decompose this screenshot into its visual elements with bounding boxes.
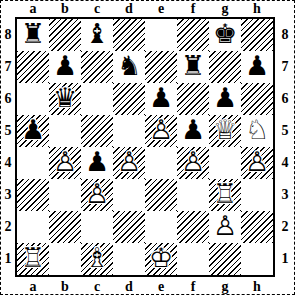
file-label-bottom-c: c [81,279,113,295]
file-label-top-e: e [145,1,177,17]
square-g6[interactable]: ♟ [209,83,241,115]
rank-label-left-6: 6 [1,83,15,115]
file-label-top-d: d [113,1,145,17]
file-label-bottom-b: b [49,279,81,295]
square-f4[interactable]: ♟♙ [177,147,209,179]
square-a1[interactable]: ♜♖ [17,243,49,275]
piece-black-pawn[interactable]: ♟ [145,83,177,115]
file-label-top-b: b [49,1,81,17]
file-label-top-g: g [209,1,241,17]
white-piece-outline: ♗ [81,243,113,275]
piece-white-knight[interactable]: ♞♘ [241,115,273,147]
square-b6[interactable]: ♛ [49,83,81,115]
square-f7[interactable]: ♜ [177,51,209,83]
square-h6[interactable] [241,83,273,115]
file-label-bottom-g: g [209,279,241,295]
square-b4[interactable]: ♟♙ [49,147,81,179]
piece-black-king[interactable]: ♚ [209,19,241,51]
file-label-top-c: c [81,1,113,17]
rank-label-right-2: 2 [278,211,292,243]
piece-white-rook[interactable]: ♜♖ [17,243,49,275]
file-label-top-f: f [177,1,209,17]
square-f2[interactable] [177,211,209,243]
black-piece-glyph: ♚ [209,19,241,51]
file-label-bottom-f: f [177,279,209,295]
square-d2[interactable] [113,211,145,243]
square-b3[interactable] [49,179,81,211]
square-g3[interactable]: ♜♖ [209,179,241,211]
square-b2[interactable] [49,211,81,243]
square-e8[interactable] [145,19,177,51]
black-piece-glyph: ♟ [177,115,209,147]
black-piece-glyph: ♟ [145,83,177,115]
piece-white-pawn[interactable]: ♟♙ [177,147,209,179]
rank-label-right-6: 6 [278,83,292,115]
square-b5[interactable] [49,115,81,147]
piece-black-bishop[interactable]: ♝ [81,19,113,51]
piece-white-pawn[interactable]: ♟♙ [113,147,145,179]
square-c6[interactable] [81,83,113,115]
piece-black-pawn[interactable]: ♟ [209,83,241,115]
piece-white-pawn[interactable]: ♟♙ [81,179,113,211]
black-piece-glyph: ♜ [177,51,209,83]
square-c7[interactable] [81,51,113,83]
black-piece-glyph: ♟ [17,115,49,147]
white-piece-outline: ♖ [209,179,241,211]
square-h3[interactable] [241,179,273,211]
square-d7[interactable]: ♞ [113,51,145,83]
white-piece-outline: ♙ [81,179,113,211]
black-piece-glyph: ♝ [81,19,113,51]
square-e5[interactable]: ♟♙ [145,115,177,147]
square-f5[interactable]: ♟ [177,115,209,147]
piece-white-queen[interactable]: ♛♕ [209,115,241,147]
square-h5[interactable]: ♞♘ [241,115,273,147]
square-c3[interactable]: ♟♙ [81,179,113,211]
file-label-bottom-d: d [113,279,145,295]
square-d5[interactable] [113,115,145,147]
white-piece-outline: ♖ [17,243,49,275]
rank-label-left-4: 4 [1,147,15,179]
piece-black-queen[interactable]: ♛ [49,83,81,115]
square-g1[interactable] [209,243,241,275]
square-h7[interactable]: ♟ [241,51,273,83]
piece-white-king[interactable]: ♚♔ [145,243,177,275]
piece-white-pawn[interactable]: ♟♙ [209,211,241,243]
black-piece-glyph: ♛ [49,83,81,115]
black-piece-glyph: ♟ [49,51,81,83]
square-b1[interactable] [49,243,81,275]
square-g7[interactable] [209,51,241,83]
chess-diagram: ♜♝♚♟♞♜♟♛♟♟♟♟♙♟♛♕♞♘♟♙♟♟♙♟♙♟♙♟♙♜♖♟♙♜♖♝♗♚♔ … [0,0,295,295]
square-a2[interactable] [17,211,49,243]
rank-label-right-7: 7 [278,51,292,83]
square-d4[interactable]: ♟♙ [113,147,145,179]
square-a4[interactable] [17,147,49,179]
square-a8[interactable]: ♜ [17,19,49,51]
square-a7[interactable] [17,51,49,83]
file-label-bottom-a: a [17,279,49,295]
square-h1[interactable] [241,243,273,275]
square-c2[interactable] [81,211,113,243]
square-a6[interactable] [17,83,49,115]
black-piece-glyph: ♟ [241,51,273,83]
square-f6[interactable] [177,83,209,115]
rank-label-left-5: 5 [1,115,15,147]
square-b7[interactable]: ♟ [49,51,81,83]
rank-label-left-7: 7 [1,51,15,83]
square-a3[interactable] [17,179,49,211]
piece-black-pawn[interactable]: ♟ [241,51,273,83]
rank-label-left-1: 1 [1,243,15,275]
square-f3[interactable] [177,179,209,211]
black-piece-glyph: ♟ [81,147,113,179]
white-piece-outline: ♙ [113,147,145,179]
white-piece-outline: ♙ [177,147,209,179]
square-e1[interactable]: ♚♔ [145,243,177,275]
white-piece-outline: ♙ [49,147,81,179]
piece-black-pawn[interactable]: ♟ [177,115,209,147]
square-e6[interactable]: ♟ [145,83,177,115]
file-label-top-h: h [241,1,273,17]
white-piece-outline: ♕ [209,115,241,147]
rank-label-left-3: 3 [1,179,15,211]
file-label-bottom-h: h [241,279,273,295]
white-piece-outline: ♔ [145,243,177,275]
white-piece-outline: ♘ [241,115,273,147]
piece-black-pawn[interactable]: ♟ [49,51,81,83]
piece-white-pawn[interactable]: ♟♙ [145,115,177,147]
piece-white-pawn[interactable]: ♟♙ [241,147,273,179]
piece-white-rook[interactable]: ♜♖ [209,179,241,211]
square-g2[interactable]: ♟♙ [209,211,241,243]
square-c1[interactable]: ♝♗ [81,243,113,275]
square-d8[interactable] [113,19,145,51]
white-piece-outline: ♙ [241,147,273,179]
rank-label-right-3: 3 [278,179,292,211]
white-piece-outline: ♙ [209,211,241,243]
black-piece-glyph: ♞ [113,51,145,83]
rank-label-right-8: 8 [278,19,292,51]
square-d6[interactable] [113,83,145,115]
square-e3[interactable] [145,179,177,211]
rank-label-left-8: 8 [1,19,15,51]
piece-white-bishop[interactable]: ♝♗ [81,243,113,275]
rank-label-right-5: 5 [278,115,292,147]
piece-white-pawn[interactable]: ♟♙ [49,147,81,179]
square-h4[interactable]: ♟♙ [241,147,273,179]
square-e2[interactable] [145,211,177,243]
black-piece-glyph: ♜ [17,19,49,51]
rank-label-right-1: 1 [278,243,292,275]
square-g4[interactable] [209,147,241,179]
square-d3[interactable] [113,179,145,211]
square-e7[interactable] [145,51,177,83]
square-g8[interactable]: ♚ [209,19,241,51]
square-c4[interactable]: ♟ [81,147,113,179]
chess-board: ♜♝♚♟♞♜♟♛♟♟♟♟♙♟♛♕♞♘♟♙♟♟♙♟♙♟♙♟♙♜♖♟♙♜♖♝♗♚♔ [15,17,275,277]
square-d1[interactable] [113,243,145,275]
white-piece-outline: ♙ [145,115,177,147]
square-h2[interactable] [241,211,273,243]
piece-black-pawn[interactable]: ♟ [17,115,49,147]
piece-black-pawn[interactable]: ♟ [81,147,113,179]
square-c5[interactable] [81,115,113,147]
square-e4[interactable] [145,147,177,179]
piece-black-rook[interactable]: ♜ [177,51,209,83]
file-label-top-a: a [17,1,49,17]
black-piece-glyph: ♟ [209,83,241,115]
square-a5[interactable]: ♟ [17,115,49,147]
square-g5[interactable]: ♛♕ [209,115,241,147]
rank-label-left-2: 2 [1,211,15,243]
square-f1[interactable] [177,243,209,275]
file-label-bottom-e: e [145,279,177,295]
piece-black-knight[interactable]: ♞ [113,51,145,83]
square-c8[interactable]: ♝ [81,19,113,51]
piece-black-rook[interactable]: ♜ [17,19,49,51]
square-f8[interactable] [177,19,209,51]
rank-label-right-4: 4 [278,147,292,179]
square-h8[interactable] [241,19,273,51]
square-b8[interactable] [49,19,81,51]
